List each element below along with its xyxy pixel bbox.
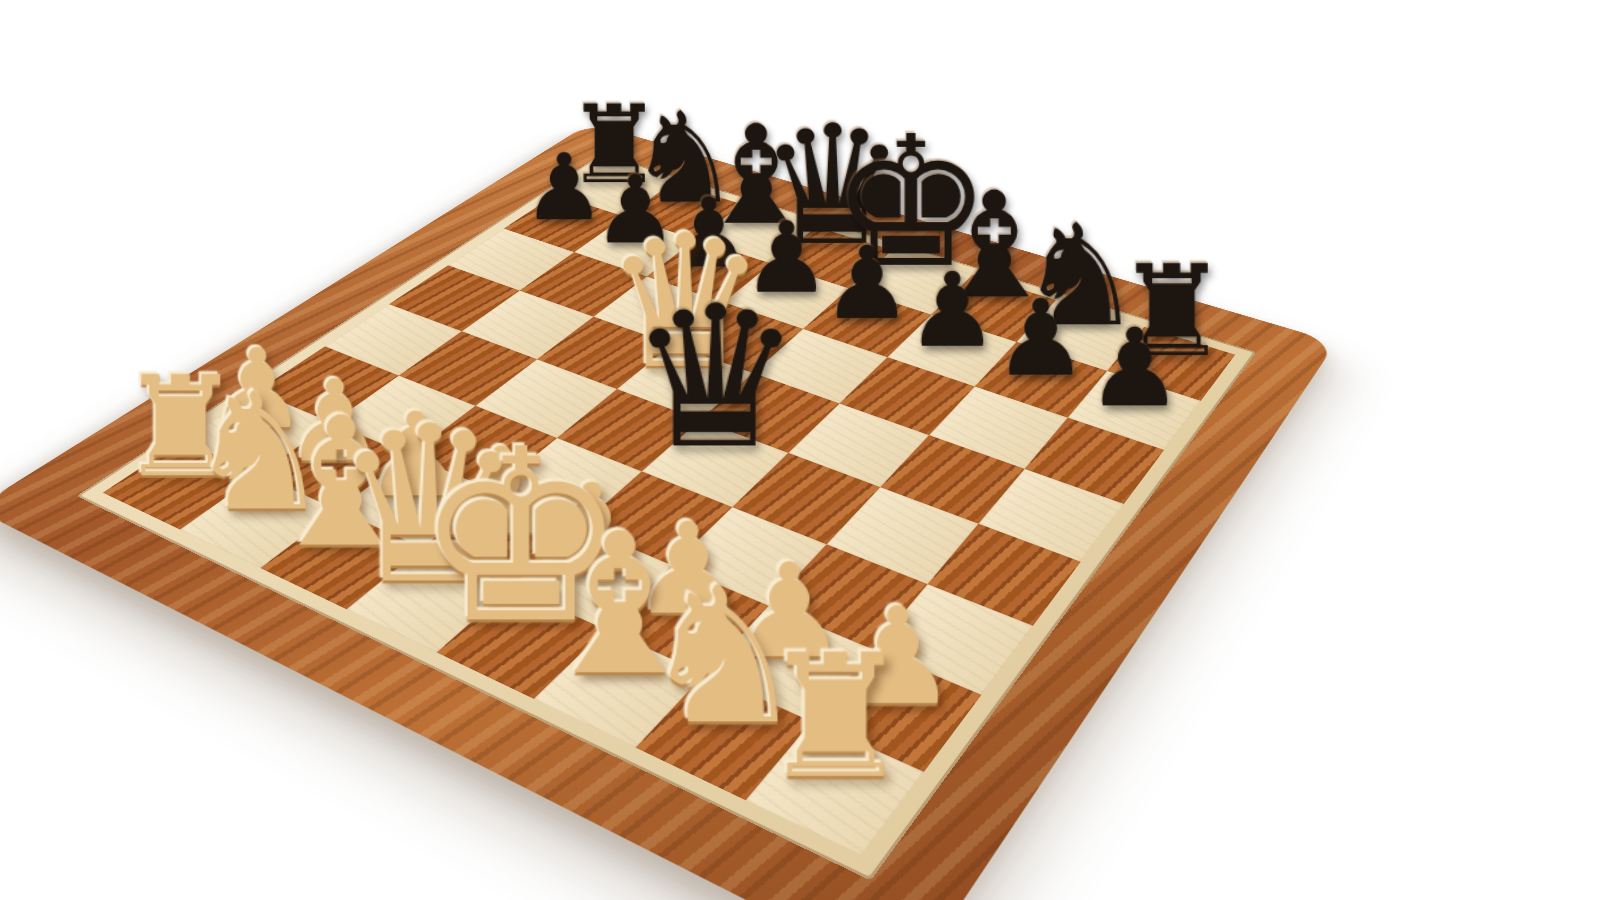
maple-border: ♜♞♝♛♚♝♞♜♟♟♟♟♟♟♟♟♛♜♞♝♛♚♝♞♜♟♟♟♟♟♟♟♟♛ bbox=[76, 154, 1256, 881]
product-photo-scene: ♜♞♝♛♚♝♞♜♟♟♟♟♟♟♟♟♛♜♞♝♛♚♝♞♜♟♟♟♟♟♟♟♟♛ bbox=[0, 0, 1600, 900]
playing-area: ♜♞♝♛♚♝♞♜♟♟♟♟♟♟♟♟♛♜♞♝♛♚♝♞♜♟♟♟♟♟♟♟♟♛ bbox=[103, 162, 1236, 856]
chessboard: ♜♞♝♛♚♝♞♜♟♟♟♟♟♟♟♟♛♜♞♝♛♚♝♞♜♟♟♟♟♟♟♟♟♛ bbox=[0, 123, 1336, 900]
board-frame: ♜♞♝♛♚♝♞♜♟♟♟♟♟♟♟♟♛♜♞♝♛♚♝♞♜♟♟♟♟♟♟♟♟♛ bbox=[0, 123, 1336, 900]
pieces-layer: ♜♞♝♛♚♝♞♜♟♟♟♟♟♟♟♟♛♜♞♝♛♚♝♞♜♟♟♟♟♟♟♟♟♛ bbox=[103, 162, 1236, 856]
